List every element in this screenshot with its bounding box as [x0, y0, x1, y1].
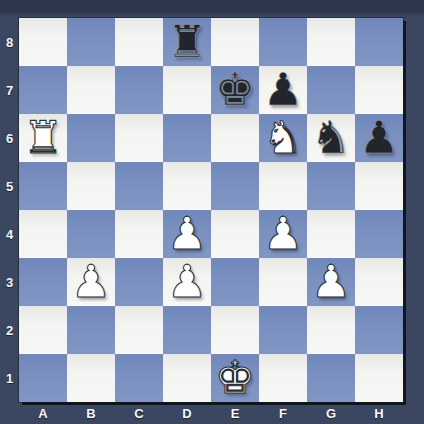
square-e8[interactable] — [211, 18, 259, 66]
square-d5[interactable] — [163, 162, 211, 210]
square-a7[interactable] — [19, 66, 67, 114]
square-f5[interactable] — [259, 162, 307, 210]
white-pawn[interactable]: ♟ — [71, 258, 111, 306]
file-label-f: F — [259, 402, 307, 424]
rank-label-7: 7 — [0, 66, 19, 114]
rank-label-8: 8 — [0, 18, 19, 66]
file-label-c: C — [115, 402, 163, 424]
square-f1[interactable] — [259, 354, 307, 402]
rank-label-6: 6 — [0, 114, 19, 162]
square-d1[interactable] — [163, 354, 211, 402]
rank-label-3: 3 — [0, 258, 19, 306]
black-pawn[interactable]: ♟ — [359, 114, 399, 162]
square-c5[interactable] — [115, 162, 163, 210]
square-e6[interactable] — [211, 114, 259, 162]
square-a8[interactable] — [19, 18, 67, 66]
square-a4[interactable] — [19, 210, 67, 258]
file-labels: ABCDEFGH — [19, 402, 403, 424]
square-c4[interactable] — [115, 210, 163, 258]
square-b6[interactable] — [67, 114, 115, 162]
square-h6[interactable]: ♟ — [355, 114, 403, 162]
square-g7[interactable] — [307, 66, 355, 114]
square-g1[interactable] — [307, 354, 355, 402]
square-b2[interactable] — [67, 306, 115, 354]
square-b3[interactable]: ♟ — [67, 258, 115, 306]
square-b1[interactable] — [67, 354, 115, 402]
square-b5[interactable] — [67, 162, 115, 210]
rank-labels: 87654321 — [0, 18, 19, 402]
square-h3[interactable] — [355, 258, 403, 306]
square-c3[interactable] — [115, 258, 163, 306]
file-label-g: G — [307, 402, 355, 424]
square-e1[interactable]: ♚ — [211, 354, 259, 402]
square-d4[interactable]: ♟ — [163, 210, 211, 258]
white-knight[interactable]: ♞ — [263, 114, 303, 162]
square-f2[interactable] — [259, 306, 307, 354]
square-d8[interactable]: ♜ — [163, 18, 211, 66]
black-rook[interactable]: ♜ — [167, 18, 207, 66]
square-f4[interactable]: ♟ — [259, 210, 307, 258]
square-h2[interactable] — [355, 306, 403, 354]
square-e5[interactable] — [211, 162, 259, 210]
square-g2[interactable] — [307, 306, 355, 354]
white-pawn[interactable]: ♟ — [263, 210, 303, 258]
rank-label-1: 1 — [0, 354, 19, 402]
square-b8[interactable] — [67, 18, 115, 66]
square-g5[interactable] — [307, 162, 355, 210]
square-h4[interactable] — [355, 210, 403, 258]
square-a5[interactable] — [19, 162, 67, 210]
square-b7[interactable] — [67, 66, 115, 114]
file-label-e: E — [211, 402, 259, 424]
file-label-a: A — [19, 402, 67, 424]
square-h1[interactable] — [355, 354, 403, 402]
square-e2[interactable] — [211, 306, 259, 354]
square-c6[interactable] — [115, 114, 163, 162]
square-b4[interactable] — [67, 210, 115, 258]
square-h7[interactable] — [355, 66, 403, 114]
square-a1[interactable] — [19, 354, 67, 402]
white-rook[interactable]: ♜ — [23, 114, 63, 162]
rank-label-2: 2 — [0, 306, 19, 354]
square-f8[interactable] — [259, 18, 307, 66]
white-pawn[interactable]: ♟ — [311, 258, 351, 306]
chess-board-widget: 87654321 ♜♚♟♜♞♞♟♟♟♟♟♟♚ ABCDEFGH — [0, 0, 424, 424]
square-f7[interactable]: ♟ — [259, 66, 307, 114]
square-g6[interactable]: ♞ — [307, 114, 355, 162]
square-c7[interactable] — [115, 66, 163, 114]
square-h5[interactable] — [355, 162, 403, 210]
square-g3[interactable]: ♟ — [307, 258, 355, 306]
square-g4[interactable] — [307, 210, 355, 258]
square-g8[interactable] — [307, 18, 355, 66]
square-e7[interactable]: ♚ — [211, 66, 259, 114]
black-king[interactable]: ♚ — [215, 66, 255, 114]
square-a3[interactable] — [19, 258, 67, 306]
square-d3[interactable]: ♟ — [163, 258, 211, 306]
square-a2[interactable] — [19, 306, 67, 354]
square-c1[interactable] — [115, 354, 163, 402]
black-knight[interactable]: ♞ — [311, 114, 351, 162]
file-label-h: H — [355, 402, 403, 424]
square-d2[interactable] — [163, 306, 211, 354]
square-f6[interactable]: ♞ — [259, 114, 307, 162]
white-king[interactable]: ♚ — [215, 354, 255, 402]
square-e4[interactable] — [211, 210, 259, 258]
square-d6[interactable] — [163, 114, 211, 162]
square-h8[interactable] — [355, 18, 403, 66]
white-pawn[interactable]: ♟ — [167, 258, 207, 306]
square-c2[interactable] — [115, 306, 163, 354]
rank-label-4: 4 — [0, 210, 19, 258]
square-c8[interactable] — [115, 18, 163, 66]
square-d7[interactable] — [163, 66, 211, 114]
file-label-b: B — [67, 402, 115, 424]
square-a6[interactable]: ♜ — [19, 114, 67, 162]
black-pawn[interactable]: ♟ — [263, 66, 303, 114]
chess-board[interactable]: ♜♚♟♜♞♞♟♟♟♟♟♟♚ — [19, 18, 403, 402]
square-f3[interactable] — [259, 258, 307, 306]
square-e3[interactable] — [211, 258, 259, 306]
rank-label-5: 5 — [0, 162, 19, 210]
white-pawn[interactable]: ♟ — [167, 210, 207, 258]
file-label-d: D — [163, 402, 211, 424]
